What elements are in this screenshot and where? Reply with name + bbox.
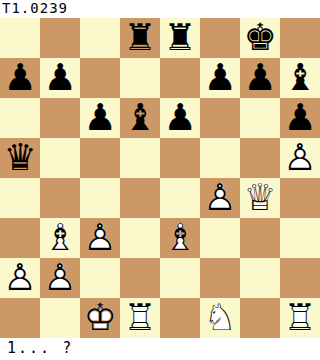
piece-outline: ♙ [283, 138, 316, 178]
piece-outline: ♙ [3, 258, 36, 298]
square-a3[interactable] [0, 218, 40, 258]
square-b1[interactable] [40, 298, 80, 338]
piece-outline: ♗ [163, 218, 196, 258]
piece-glyph: ♚ [243, 18, 276, 58]
square-a2[interactable]: ♟♙ [0, 258, 40, 298]
piece-white-pawn[interactable]: ♟♙ [40, 258, 80, 298]
square-b6[interactable] [40, 98, 80, 138]
square-g1[interactable] [240, 298, 280, 338]
square-e5[interactable] [160, 138, 200, 178]
piece-glyph: ♟ [283, 98, 316, 138]
square-g2[interactable] [240, 258, 280, 298]
piece-glyph: ♛ [3, 138, 36, 178]
square-c2[interactable] [80, 258, 120, 298]
square-b3[interactable]: ♝♗ [40, 218, 80, 258]
square-g3[interactable] [240, 218, 280, 258]
square-h7[interactable]: ♝ [280, 58, 320, 98]
square-a4[interactable] [0, 178, 40, 218]
piece-outline: ♙ [203, 178, 236, 218]
square-c1[interactable]: ♚♔ [80, 298, 120, 338]
piece-outline: ♖ [123, 298, 156, 338]
square-d2[interactable] [120, 258, 160, 298]
piece-outline: ♕ [243, 178, 276, 218]
square-c4[interactable] [80, 178, 120, 218]
piece-white-king[interactable]: ♚♔ [80, 298, 120, 338]
square-d4[interactable] [120, 178, 160, 218]
piece-black-pawn[interactable]: ♟ [0, 58, 40, 98]
piece-black-queen[interactable]: ♛ [0, 138, 40, 178]
piece-outline: ♙ [43, 258, 76, 298]
square-b7[interactable]: ♟ [40, 58, 80, 98]
square-b2[interactable]: ♟♙ [40, 258, 80, 298]
square-d7[interactable] [120, 58, 160, 98]
square-g4[interactable]: ♛♕ [240, 178, 280, 218]
square-c3[interactable]: ♟♙ [80, 218, 120, 258]
square-f5[interactable] [200, 138, 240, 178]
square-a7[interactable]: ♟ [0, 58, 40, 98]
square-f2[interactable] [200, 258, 240, 298]
square-d1[interactable]: ♜♖ [120, 298, 160, 338]
piece-outline: ♘ [203, 298, 236, 338]
square-f1[interactable]: ♞♘ [200, 298, 240, 338]
square-e7[interactable] [160, 58, 200, 98]
piece-glyph: ♝ [123, 98, 156, 138]
square-g5[interactable] [240, 138, 280, 178]
piece-black-pawn[interactable]: ♟ [240, 58, 280, 98]
piece-white-pawn[interactable]: ♟♙ [200, 178, 240, 218]
square-d3[interactable] [120, 218, 160, 258]
square-g7[interactable]: ♟ [240, 58, 280, 98]
piece-white-pawn[interactable]: ♟♙ [280, 138, 320, 178]
move-prompt: 1... ? [0, 338, 320, 360]
piece-white-pawn[interactable]: ♟♙ [80, 218, 120, 258]
square-h1[interactable]: ♜♖ [280, 298, 320, 338]
piece-white-queen[interactable]: ♛♕ [240, 178, 280, 218]
piece-glyph: ♟ [43, 58, 76, 98]
piece-outline: ♔ [83, 298, 116, 338]
square-b8[interactable] [40, 18, 80, 58]
piece-black-pawn[interactable]: ♟ [200, 58, 240, 98]
square-b4[interactable] [40, 178, 80, 218]
chess-puzzle-window: T1.0239 ♜♜♚♟♟♟♟♝♟♝♟♟♛♟♙♟♙♛♕♝♗♟♙♝♗♟♙♟♙♚♔♜… [0, 0, 320, 360]
square-b5[interactable] [40, 138, 80, 178]
square-f7[interactable]: ♟ [200, 58, 240, 98]
piece-white-bishop[interactable]: ♝♗ [160, 218, 200, 258]
square-f4[interactable]: ♟♙ [200, 178, 240, 218]
square-h2[interactable] [280, 258, 320, 298]
piece-glyph: ♜ [163, 18, 196, 58]
piece-black-bishop[interactable]: ♝ [280, 58, 320, 98]
chess-board: ♜♜♚♟♟♟♟♝♟♝♟♟♛♟♙♟♙♛♕♝♗♟♙♝♗♟♙♟♙♚♔♜♖♞♘♜♖ [0, 18, 320, 338]
piece-black-pawn[interactable]: ♟ [40, 58, 80, 98]
piece-glyph: ♟ [83, 98, 116, 138]
square-h8[interactable] [280, 18, 320, 58]
square-e2[interactable] [160, 258, 200, 298]
square-a8[interactable] [0, 18, 40, 58]
square-h5[interactable]: ♟♙ [280, 138, 320, 178]
square-c6[interactable]: ♟ [80, 98, 120, 138]
square-c7[interactable] [80, 58, 120, 98]
square-f3[interactable] [200, 218, 240, 258]
piece-black-rook[interactable]: ♜ [160, 18, 200, 58]
square-d8[interactable]: ♜ [120, 18, 160, 58]
piece-white-knight[interactable]: ♞♘ [200, 298, 240, 338]
square-c5[interactable] [80, 138, 120, 178]
piece-black-pawn[interactable]: ♟ [80, 98, 120, 138]
square-e8[interactable]: ♜ [160, 18, 200, 58]
piece-outline: ♗ [43, 218, 76, 258]
square-f8[interactable] [200, 18, 240, 58]
square-d6[interactable]: ♝ [120, 98, 160, 138]
square-e4[interactable] [160, 178, 200, 218]
piece-black-pawn[interactable]: ♟ [160, 98, 200, 138]
square-h3[interactable] [280, 218, 320, 258]
square-h4[interactable] [280, 178, 320, 218]
piece-glyph: ♝ [283, 58, 316, 98]
square-f6[interactable] [200, 98, 240, 138]
square-e6[interactable]: ♟ [160, 98, 200, 138]
square-a5[interactable]: ♛ [0, 138, 40, 178]
piece-white-pawn[interactable]: ♟♙ [0, 258, 40, 298]
piece-outline: ♙ [83, 218, 116, 258]
piece-black-rook[interactable]: ♜ [120, 18, 160, 58]
square-g8[interactable]: ♚ [240, 18, 280, 58]
square-d5[interactable] [120, 138, 160, 178]
square-e1[interactable] [160, 298, 200, 338]
square-c8[interactable] [80, 18, 120, 58]
square-a6[interactable] [0, 98, 40, 138]
square-e3[interactable]: ♝♗ [160, 218, 200, 258]
piece-black-bishop[interactable]: ♝ [120, 98, 160, 138]
piece-black-pawn[interactable]: ♟ [280, 98, 320, 138]
piece-glyph: ♟ [3, 58, 36, 98]
piece-glyph: ♟ [203, 58, 236, 98]
piece-black-king[interactable]: ♚ [240, 18, 280, 58]
square-g6[interactable] [240, 98, 280, 138]
piece-outline: ♖ [283, 298, 316, 338]
piece-glyph: ♟ [163, 98, 196, 138]
piece-glyph: ♜ [123, 18, 156, 58]
piece-glyph: ♟ [243, 58, 276, 98]
square-a1[interactable] [0, 298, 40, 338]
square-h6[interactable]: ♟ [280, 98, 320, 138]
piece-white-rook[interactable]: ♜♖ [120, 298, 160, 338]
piece-white-bishop[interactable]: ♝♗ [40, 218, 80, 258]
piece-white-rook[interactable]: ♜♖ [280, 298, 320, 338]
